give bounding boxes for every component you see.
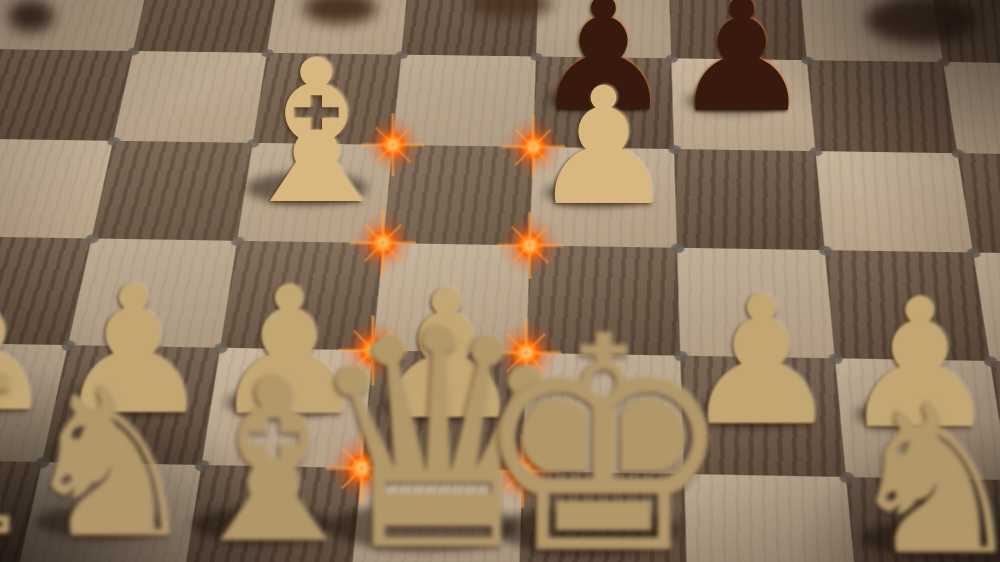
piece-white-pawn-e4[interactable]: ♟ <box>531 66 677 228</box>
out-of-focus-piece <box>8 0 54 32</box>
chessboard-photo: ♜♞♝♛♚♝♞♜♟♟♟♟♟♟♟♟♝♟♟♟♟♟♟♟♟♜♞♝♛♚♞♜ <box>0 0 1000 562</box>
piece-white-knight-g1[interactable]: ♞ <box>842 376 1000 562</box>
piece-black-pawn-f5[interactable]: ♟ <box>672 0 812 135</box>
piece-white-king-e1[interactable]: ♚ <box>470 298 736 562</box>
piece-white-bishop-c4[interactable]: ♝ <box>228 34 405 232</box>
out-of-focus-piece <box>866 0 978 44</box>
pieces-overlay: ♜♞♝♛♚♝♞♜♟♟♟♟♟♟♟♟♝♟♟♟♟♟♟♟♟♜♞♝♛♚♞♜ <box>0 0 1000 562</box>
